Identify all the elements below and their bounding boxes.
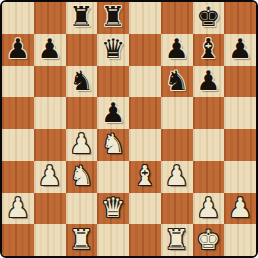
piece-white-rook[interactable]: ♜ xyxy=(69,226,93,253)
square-b7[interactable]: ♟ xyxy=(34,34,66,66)
square-e2[interactable] xyxy=(129,193,161,225)
square-c5[interactable] xyxy=(66,97,98,129)
piece-white-knight[interactable]: ♞ xyxy=(101,130,125,157)
square-f4[interactable] xyxy=(161,129,193,161)
square-e6[interactable] xyxy=(129,66,161,98)
square-a7[interactable]: ♟ xyxy=(2,34,34,66)
piece-white-rook[interactable]: ♜ xyxy=(165,226,189,253)
square-b6[interactable] xyxy=(34,66,66,98)
square-c8[interactable]: ♜ xyxy=(66,2,98,34)
square-e4[interactable] xyxy=(129,129,161,161)
square-d6[interactable] xyxy=(97,66,129,98)
square-g8[interactable]: ♚ xyxy=(193,2,225,34)
square-e7[interactable] xyxy=(129,34,161,66)
piece-black-king[interactable]: ♚ xyxy=(196,3,220,30)
square-c3[interactable]: ♞ xyxy=(66,161,98,193)
piece-white-pawn[interactable]: ♟ xyxy=(196,194,220,221)
square-b4[interactable] xyxy=(34,129,66,161)
square-f1[interactable]: ♜ xyxy=(161,224,193,256)
piece-white-pawn[interactable]: ♟ xyxy=(165,162,189,189)
square-a1[interactable] xyxy=(2,224,34,256)
square-e5[interactable] xyxy=(129,97,161,129)
square-g4[interactable] xyxy=(193,129,225,161)
square-g3[interactable] xyxy=(193,161,225,193)
square-a6[interactable] xyxy=(2,66,34,98)
piece-black-pawn[interactable]: ♟ xyxy=(228,35,252,62)
square-c2[interactable] xyxy=(66,193,98,225)
piece-black-knight[interactable]: ♞ xyxy=(69,67,93,94)
square-e8[interactable] xyxy=(129,2,161,34)
square-f8[interactable] xyxy=(161,2,193,34)
square-c6[interactable]: ♞ xyxy=(66,66,98,98)
square-g1[interactable]: ♚ xyxy=(193,224,225,256)
square-a8[interactable] xyxy=(2,2,34,34)
square-h6[interactable] xyxy=(224,66,256,98)
square-e3[interactable]: ♝ xyxy=(129,161,161,193)
square-h1[interactable] xyxy=(224,224,256,256)
square-d1[interactable] xyxy=(97,224,129,256)
piece-black-pawn[interactable]: ♟ xyxy=(196,67,220,94)
piece-white-knight[interactable]: ♞ xyxy=(69,162,93,189)
piece-black-queen[interactable]: ♛ xyxy=(101,35,125,62)
square-h8[interactable] xyxy=(224,2,256,34)
piece-black-knight[interactable]: ♞ xyxy=(165,67,189,94)
piece-white-pawn[interactable]: ♟ xyxy=(69,130,93,157)
piece-white-pawn[interactable]: ♟ xyxy=(228,194,252,221)
square-d5[interactable]: ♟ xyxy=(97,97,129,129)
piece-white-bishop[interactable]: ♝ xyxy=(133,162,157,189)
square-b1[interactable] xyxy=(34,224,66,256)
square-f2[interactable] xyxy=(161,193,193,225)
square-e1[interactable] xyxy=(129,224,161,256)
square-h5[interactable] xyxy=(224,97,256,129)
square-h2[interactable]: ♟ xyxy=(224,193,256,225)
square-d7[interactable]: ♛ xyxy=(97,34,129,66)
square-a3[interactable] xyxy=(2,161,34,193)
square-b5[interactable] xyxy=(34,97,66,129)
square-f5[interactable] xyxy=(161,97,193,129)
piece-black-rook[interactable]: ♜ xyxy=(101,3,125,30)
square-h4[interactable] xyxy=(224,129,256,161)
square-f3[interactable]: ♟ xyxy=(161,161,193,193)
square-f7[interactable]: ♟ xyxy=(161,34,193,66)
square-d2[interactable]: ♛ xyxy=(97,193,129,225)
chess-board: ♜♜♚♟♟♛♟♝♟♞♞♟♟♟♞♟♞♝♟♟♛♟♟♜♜♚ xyxy=(0,0,258,258)
square-g5[interactable] xyxy=(193,97,225,129)
piece-black-rook[interactable]: ♜ xyxy=(69,3,93,30)
square-d4[interactable]: ♞ xyxy=(97,129,129,161)
square-b3[interactable]: ♟ xyxy=(34,161,66,193)
square-d8[interactable]: ♜ xyxy=(97,2,129,34)
board-grid: ♜♜♚♟♟♛♟♝♟♞♞♟♟♟♞♟♞♝♟♟♛♟♟♜♜♚ xyxy=(2,2,256,256)
square-f6[interactable]: ♞ xyxy=(161,66,193,98)
square-h7[interactable]: ♟ xyxy=(224,34,256,66)
piece-black-pawn[interactable]: ♟ xyxy=(165,35,189,62)
square-c4[interactable]: ♟ xyxy=(66,129,98,161)
square-b2[interactable] xyxy=(34,193,66,225)
square-g7[interactable]: ♝ xyxy=(193,34,225,66)
square-g2[interactable]: ♟ xyxy=(193,193,225,225)
piece-white-queen[interactable]: ♛ xyxy=(101,194,125,221)
square-a2[interactable]: ♟ xyxy=(2,193,34,225)
square-c1[interactable]: ♜ xyxy=(66,224,98,256)
piece-white-pawn[interactable]: ♟ xyxy=(6,194,30,221)
square-b8[interactable] xyxy=(34,2,66,34)
piece-black-pawn[interactable]: ♟ xyxy=(101,99,125,126)
piece-white-pawn[interactable]: ♟ xyxy=(38,162,62,189)
piece-white-king[interactable]: ♚ xyxy=(196,226,220,253)
square-g6[interactable]: ♟ xyxy=(193,66,225,98)
square-c7[interactable] xyxy=(66,34,98,66)
square-h3[interactable] xyxy=(224,161,256,193)
piece-black-pawn[interactable]: ♟ xyxy=(38,35,62,62)
square-d3[interactable] xyxy=(97,161,129,193)
piece-black-pawn[interactable]: ♟ xyxy=(6,35,30,62)
square-a5[interactable] xyxy=(2,97,34,129)
piece-black-bishop[interactable]: ♝ xyxy=(196,35,220,62)
square-a4[interactable] xyxy=(2,129,34,161)
